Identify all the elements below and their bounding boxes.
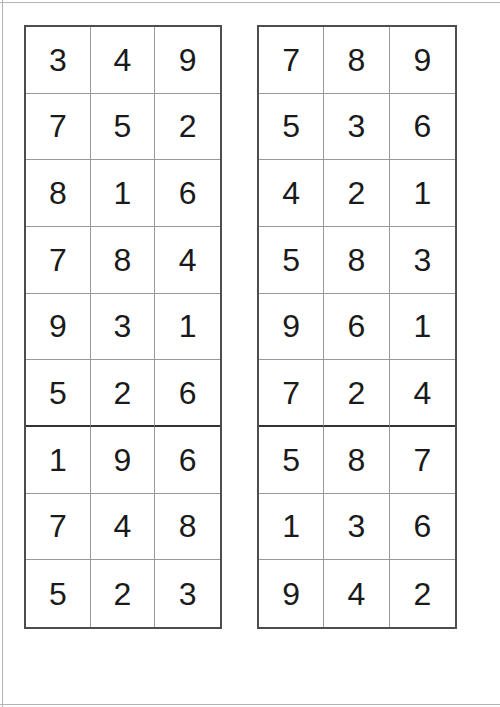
cell-left-r1c3: 9 xyxy=(155,27,220,94)
cell-right-r3c1: 4 xyxy=(259,160,324,227)
page-edge-left-line xyxy=(2,0,3,707)
cell-left-r9c3: 3 xyxy=(155,560,220,627)
cell-left-r3c2: 1 xyxy=(91,160,156,227)
cell-left-r4c2: 8 xyxy=(91,227,156,294)
cell-right-r9c2: 4 xyxy=(324,560,389,627)
cell-left-r2c1: 7 xyxy=(26,94,91,161)
cell-right-r8c3: 6 xyxy=(390,494,455,561)
cell-right-r1c2: 8 xyxy=(324,27,389,94)
cell-left-r3c3: 6 xyxy=(155,160,220,227)
cell-right-r7c1: 5 xyxy=(259,427,324,494)
cell-right-r1c1: 7 xyxy=(259,27,324,94)
cell-left-r6c1: 5 xyxy=(26,360,91,427)
cell-left-r8c3: 8 xyxy=(155,494,220,561)
cell-left-r5c3: 1 xyxy=(155,294,220,361)
number-grid-right: 789536421583961724587136942 xyxy=(257,25,457,629)
cell-right-r6c1: 7 xyxy=(259,360,324,427)
cell-right-r4c1: 5 xyxy=(259,227,324,294)
cell-left-r7c2: 9 xyxy=(91,427,156,494)
cell-right-r7c3: 7 xyxy=(390,427,455,494)
cell-right-r2c3: 6 xyxy=(390,94,455,161)
page-edge-top-line xyxy=(0,2,500,3)
worksheet-page: 349752816784931526196748523 789536421583… xyxy=(0,0,500,707)
cell-left-r9c1: 5 xyxy=(26,560,91,627)
cell-right-r8c1: 1 xyxy=(259,494,324,561)
cell-right-r3c2: 2 xyxy=(324,160,389,227)
cell-left-r2c3: 2 xyxy=(155,94,220,161)
cell-right-r8c2: 3 xyxy=(324,494,389,561)
cell-left-r7c1: 1 xyxy=(26,427,91,494)
cell-left-r1c2: 4 xyxy=(91,27,156,94)
cell-right-r5c3: 1 xyxy=(390,294,455,361)
cell-right-r1c3: 9 xyxy=(390,27,455,94)
cell-left-r7c3: 6 xyxy=(155,427,220,494)
cell-right-r4c2: 8 xyxy=(324,227,389,294)
cell-right-r6c3: 4 xyxy=(390,360,455,427)
cell-left-r4c3: 4 xyxy=(155,227,220,294)
cell-right-r9c1: 9 xyxy=(259,560,324,627)
cell-right-r9c3: 2 xyxy=(390,560,455,627)
cell-right-r2c1: 5 xyxy=(259,94,324,161)
cell-right-r7c2: 8 xyxy=(324,427,389,494)
cell-right-r4c3: 3 xyxy=(390,227,455,294)
cell-right-r6c2: 2 xyxy=(324,360,389,427)
cell-left-r1c1: 3 xyxy=(26,27,91,94)
cell-left-r8c1: 7 xyxy=(26,494,91,561)
cell-left-r6c2: 2 xyxy=(91,360,156,427)
cell-right-r5c1: 9 xyxy=(259,294,324,361)
number-grid-left: 349752816784931526196748523 xyxy=(24,25,222,629)
cell-left-r4c1: 7 xyxy=(26,227,91,294)
cell-right-r3c3: 1 xyxy=(390,160,455,227)
cell-left-r5c1: 9 xyxy=(26,294,91,361)
cell-right-r2c2: 3 xyxy=(324,94,389,161)
cell-left-r8c2: 4 xyxy=(91,494,156,561)
cell-left-r5c2: 3 xyxy=(91,294,156,361)
page-edge-bottom-line xyxy=(0,704,500,705)
cell-left-r9c2: 2 xyxy=(91,560,156,627)
cell-right-r5c2: 6 xyxy=(324,294,389,361)
cell-left-r3c1: 8 xyxy=(26,160,91,227)
cell-left-r2c2: 5 xyxy=(91,94,156,161)
cell-left-r6c3: 6 xyxy=(155,360,220,427)
